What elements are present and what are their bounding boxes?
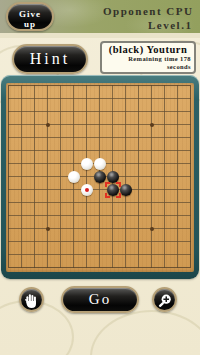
- header-divider: [0, 33, 200, 38]
- hand-icon: [24, 293, 39, 309]
- white-stone: [68, 171, 80, 183]
- game-screen: Opponent CPU Level.1 Give up Hint (black…: [0, 0, 200, 355]
- star-point: [46, 123, 50, 127]
- level-label: Level.1: [148, 19, 192, 31]
- give-up-label-line2: up: [8, 19, 52, 29]
- move-stone-button[interactable]: [19, 287, 44, 312]
- give-up-label-line1: Give: [8, 9, 52, 19]
- black-stone: [120, 184, 132, 196]
- star-point: [150, 227, 154, 231]
- remaining-time-line2: seconds: [105, 63, 191, 71]
- white-stone: [94, 158, 106, 170]
- selected-cell-marker[interactable]: [105, 182, 121, 198]
- hint-button[interactable]: Hint: [12, 44, 88, 74]
- last-move-dot: [85, 188, 89, 192]
- magnifier-plus-icon: [157, 293, 173, 309]
- star-point: [150, 123, 154, 127]
- board-grid[interactable]: [8, 85, 191, 268]
- give-up-button[interactable]: Give up: [6, 2, 54, 31]
- opponent-label: Opponent CPU: [103, 5, 193, 17]
- white-stone: [81, 158, 93, 170]
- go-button[interactable]: Go: [61, 286, 139, 313]
- turn-status-box: (black) Youturn Remaining time 178 secon…: [100, 41, 196, 74]
- white-stone: [81, 184, 93, 196]
- zoom-in-button[interactable]: [152, 287, 177, 312]
- background-swirl-decoration: [90, 310, 200, 355]
- board-frame: [1, 75, 199, 279]
- board-wood-panel: [6, 83, 194, 272]
- star-point: [46, 227, 50, 231]
- turn-status-title: (black) Youturn: [105, 44, 191, 55]
- remaining-time-line1: Remaining time 178: [105, 55, 191, 63]
- remaining-time-text: Remaining time 178 seconds: [105, 55, 191, 70]
